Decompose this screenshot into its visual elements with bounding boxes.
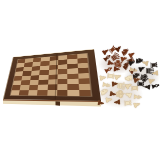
chess-piece: ♜ — [131, 84, 140, 92]
chess-piece: ♟ — [95, 99, 104, 107]
chessboard-grid — [11, 53, 91, 95]
chess-piece: ♟ — [114, 98, 123, 106]
board-square — [68, 90, 79, 96]
board-square — [79, 90, 91, 96]
board-square — [37, 90, 47, 96]
chess-set-photo: ♟♜♟♞♟♝♛♟♜♟♚♞♟♝♟♟♞♟♜♝♟♛♟♞♚♟♜♟♝♟♜♟♞♟♝♟♛♟♜♞… — [0, 0, 160, 160]
chessboard — [3, 49, 101, 101]
board-square — [57, 90, 68, 96]
hinge-notch — [56, 101, 61, 105]
